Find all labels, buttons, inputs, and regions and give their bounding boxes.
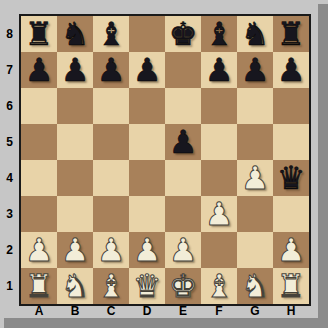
square-d4[interactable] [129,160,165,196]
piece-white-bishop: ♝ [205,268,234,304]
piece-white-rook: ♜ [25,268,54,304]
square-h5[interactable] [273,124,309,160]
rank-label-8: 8 [0,16,19,52]
square-a6[interactable] [21,88,57,124]
square-e5[interactable]: ♟ [165,124,201,160]
square-a8[interactable]: ♜ [21,16,57,52]
rank-label-7: 7 [0,52,19,88]
square-c1[interactable]: ♝ [93,268,129,304]
piece-black-pawn: ♟ [241,52,270,88]
file-label-c: C [93,304,129,318]
square-d8[interactable] [129,16,165,52]
piece-black-pawn: ♟ [277,52,306,88]
square-c4[interactable] [93,160,129,196]
piece-black-pawn: ♟ [169,124,198,160]
square-a4[interactable] [21,160,57,196]
square-e4[interactable] [165,160,201,196]
piece-black-pawn: ♟ [205,52,234,88]
rank-label-4: 4 [0,160,19,196]
square-f1[interactable]: ♝ [201,268,237,304]
square-h1[interactable]: ♜ [273,268,309,304]
panel-shadow-bottom [4,318,328,328]
square-b2[interactable]: ♟ [57,232,93,268]
piece-black-bishop: ♝ [205,16,234,52]
piece-white-pawn: ♟ [241,160,270,196]
piece-white-pawn: ♟ [205,196,234,232]
square-d7[interactable]: ♟ [129,52,165,88]
piece-white-pawn: ♟ [97,232,126,268]
piece-black-rook: ♜ [25,16,54,52]
rank-label-2: 2 [0,232,19,268]
square-g1[interactable]: ♞ [237,268,273,304]
square-b3[interactable] [57,196,93,232]
square-a7[interactable]: ♟ [21,52,57,88]
square-a1[interactable]: ♜ [21,268,57,304]
piece-black-knight: ♞ [61,16,90,52]
square-b5[interactable] [57,124,93,160]
square-e6[interactable] [165,88,201,124]
square-b8[interactable]: ♞ [57,16,93,52]
file-label-h: H [273,304,309,318]
square-h4[interactable]: ♛ [273,160,309,196]
square-c7[interactable]: ♟ [93,52,129,88]
square-f5[interactable] [201,124,237,160]
square-c5[interactable] [93,124,129,160]
square-h8[interactable]: ♜ [273,16,309,52]
piece-black-pawn: ♟ [61,52,90,88]
square-h3[interactable] [273,196,309,232]
square-e8[interactable]: ♚ [165,16,201,52]
piece-black-pawn: ♟ [97,52,126,88]
rank-labels: 87654321 [0,16,19,304]
square-g6[interactable] [237,88,273,124]
square-g7[interactable]: ♟ [237,52,273,88]
square-f8[interactable]: ♝ [201,16,237,52]
square-f2[interactable] [201,232,237,268]
square-e1[interactable]: ♚ [165,268,201,304]
square-e2[interactable]: ♟ [165,232,201,268]
piece-black-bishop: ♝ [97,16,126,52]
square-g2[interactable] [237,232,273,268]
file-label-f: F [201,304,237,318]
square-c3[interactable] [93,196,129,232]
square-f3[interactable]: ♟ [201,196,237,232]
file-label-b: B [57,304,93,318]
square-d3[interactable] [129,196,165,232]
piece-white-king: ♚ [169,268,198,304]
panel-shadow-right [318,4,328,328]
square-c2[interactable]: ♟ [93,232,129,268]
square-b6[interactable] [57,88,93,124]
rank-label-6: 6 [0,88,19,124]
file-label-d: D [129,304,165,318]
square-g5[interactable] [237,124,273,160]
square-e3[interactable] [165,196,201,232]
file-label-a: A [21,304,57,318]
piece-white-pawn: ♟ [277,232,306,268]
board-panel: 87654321 ♜♞♝♚♝♞♜♟♟♟♟♟♟♟♟♟♛♟♟♟♟♟♟♟♜♞♝♛♚♝♞… [0,0,328,328]
piece-black-rook: ♜ [277,16,306,52]
piece-white-knight: ♞ [61,268,90,304]
piece-white-pawn: ♟ [25,232,54,268]
square-c6[interactable] [93,88,129,124]
square-a2[interactable]: ♟ [21,232,57,268]
square-a3[interactable] [21,196,57,232]
square-d2[interactable]: ♟ [129,232,165,268]
file-label-g: G [237,304,273,318]
file-label-e: E [165,304,201,318]
square-b4[interactable] [57,160,93,196]
square-f4[interactable] [201,160,237,196]
square-d1[interactable]: ♛ [129,268,165,304]
piece-white-queen: ♛ [133,268,162,304]
square-f7[interactable]: ♟ [201,52,237,88]
piece-white-rook: ♜ [277,268,306,304]
piece-black-knight: ♞ [241,16,270,52]
rank-label-3: 3 [0,196,19,232]
piece-black-pawn: ♟ [133,52,162,88]
piece-white-bishop: ♝ [97,268,126,304]
piece-black-king: ♚ [169,16,198,52]
square-d5[interactable] [129,124,165,160]
file-labels: ABCDEFGH [21,304,309,318]
square-f6[interactable] [201,88,237,124]
square-b1[interactable]: ♞ [57,268,93,304]
square-e7[interactable] [165,52,201,88]
square-h2[interactable]: ♟ [273,232,309,268]
square-d6[interactable] [129,88,165,124]
square-c8[interactable]: ♝ [93,16,129,52]
chess-board: ♜♞♝♚♝♞♜♟♟♟♟♟♟♟♟♟♛♟♟♟♟♟♟♟♜♞♝♛♚♝♞♜ [19,14,311,306]
square-g4[interactable]: ♟ [237,160,273,196]
piece-white-knight: ♞ [241,268,270,304]
piece-white-pawn: ♟ [61,232,90,268]
rank-label-1: 1 [0,268,19,304]
piece-white-pawn: ♟ [169,232,198,268]
piece-black-pawn: ♟ [25,52,54,88]
piece-white-pawn: ♟ [133,232,162,268]
square-g3[interactable] [237,196,273,232]
square-a5[interactable] [21,124,57,160]
square-h6[interactable] [273,88,309,124]
square-g8[interactable]: ♞ [237,16,273,52]
square-b7[interactable]: ♟ [57,52,93,88]
rank-label-5: 5 [0,124,19,160]
piece-black-queen: ♛ [277,160,306,196]
square-h7[interactable]: ♟ [273,52,309,88]
